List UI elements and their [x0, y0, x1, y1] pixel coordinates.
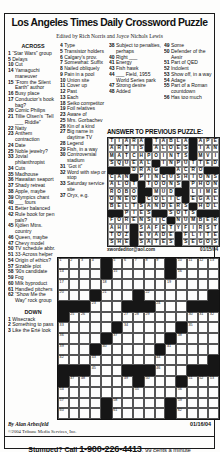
cell-number: 56: [178, 388, 182, 392]
stumped-label: Stumped? Call: [28, 446, 79, 452]
grid-cell[interactable]: 30: [187, 312, 198, 323]
cell-number: 13: [210, 259, 214, 263]
answer-letter-cell: I: [189, 174, 196, 181]
grid-cell[interactable]: [90, 398, 101, 409]
grid-cell[interactable]: [155, 398, 166, 409]
cell-number: 55: [135, 388, 139, 392]
grid-cell[interactable]: [122, 355, 133, 366]
grid-cell[interactable]: [198, 355, 209, 366]
grid-cell[interactable]: [165, 355, 176, 366]
grid-cell[interactable]: 21: [101, 290, 112, 301]
grid-cell[interactable]: [155, 408, 166, 419]
grid-cell[interactable]: 18: [101, 279, 112, 290]
grid-cell[interactable]: 15: [112, 269, 123, 280]
grid-cell[interactable]: 44: [155, 355, 166, 366]
grid-cell[interactable]: 27: [122, 312, 133, 323]
answer-letter-cell: A: [108, 224, 115, 231]
grid-cell[interactable]: [187, 408, 198, 419]
grid-cell[interactable]: [208, 269, 219, 280]
grid-cell[interactable]: 58: [112, 398, 123, 409]
grid-cell[interactable]: 46: [155, 365, 166, 376]
grid-cell[interactable]: [122, 279, 133, 290]
cell-number: 46: [156, 367, 160, 371]
grid-cell[interactable]: [144, 398, 155, 409]
answer-letter-cell: A: [108, 145, 115, 152]
answer-letter-cell: H: [197, 181, 204, 188]
answer-letter-cell: S: [182, 145, 189, 152]
grid-cell[interactable]: [79, 269, 90, 280]
answer-letter-cell: A: [152, 232, 159, 239]
grid-cell[interactable]: 40: [101, 344, 112, 355]
answer-black-square: [160, 210, 167, 217]
cell-number: 20: [60, 291, 64, 295]
grid-cell[interactable]: [165, 301, 176, 312]
grid-cell[interactable]: [133, 279, 144, 290]
grid-cell[interactable]: [155, 269, 166, 280]
answer-letter-cell: E: [212, 232, 219, 239]
grid-cell[interactable]: 11: [187, 258, 198, 269]
clue: 21 Tillie Olsen’s “Tell ___ Riddle”: [8, 114, 58, 126]
grid-cell[interactable]: [187, 269, 198, 280]
answer-letter-cell: C: [130, 152, 137, 159]
grid-cell[interactable]: 33: [58, 322, 69, 333]
grid-cell[interactable]: [69, 322, 80, 333]
grid-cell[interactable]: 31: [198, 312, 209, 323]
black-square: [176, 322, 187, 333]
grid-cell[interactable]: 51: [187, 376, 198, 387]
grid-cell[interactable]: [122, 387, 133, 398]
black-square: [58, 301, 69, 312]
answer-letter-cell: N: [212, 145, 219, 152]
grid-cell[interactable]: [122, 408, 133, 419]
answer-black-square: [189, 152, 196, 159]
grid-cell[interactable]: 10: [176, 258, 187, 269]
grid-cell[interactable]: [122, 344, 133, 355]
grid-cell[interactable]: [112, 279, 123, 290]
answer-letter-cell: D: [212, 160, 219, 167]
grid-cell[interactable]: [198, 398, 209, 409]
grid-cell[interactable]: [165, 387, 176, 398]
grid-cell[interactable]: [187, 279, 198, 290]
grid-cell[interactable]: [176, 312, 187, 323]
answer-letter-cell: S: [189, 210, 196, 217]
cell-number: 38: [178, 334, 182, 338]
cell-number: 26: [81, 313, 85, 317]
answer-letter-cell: S: [145, 210, 152, 217]
grid-cell[interactable]: [101, 322, 112, 333]
grid-cell[interactable]: [90, 279, 101, 290]
answer-letter-cell: C: [145, 196, 152, 203]
answer-black-square: [145, 188, 152, 195]
grid-cell[interactable]: 37: [112, 333, 123, 344]
grid-cell[interactable]: [165, 365, 176, 376]
grid-cell[interactable]: [208, 322, 219, 333]
grid-cell[interactable]: 2: [69, 258, 80, 269]
grid-cell[interactable]: 53: [208, 376, 219, 387]
grid-cell[interactable]: 38: [176, 333, 187, 344]
grid-cell[interactable]: [208, 408, 219, 419]
grid-cell[interactable]: [198, 344, 209, 355]
grid-cell[interactable]: 48: [79, 376, 90, 387]
grid-cell[interactable]: 3: [79, 258, 90, 269]
grid-cell[interactable]: [122, 398, 133, 409]
grid-cell[interactable]: [144, 322, 155, 333]
grid-cell[interactable]: [208, 344, 219, 355]
answer-letter-cell: N: [138, 217, 145, 224]
grid-cell[interactable]: [79, 387, 90, 398]
grid-cell[interactable]: [208, 387, 219, 398]
grid-cell[interactable]: [144, 387, 155, 398]
answer-black-square: [182, 196, 189, 203]
grid-cell[interactable]: [69, 279, 80, 290]
grid-cell[interactable]: [198, 387, 209, 398]
grid-cell[interactable]: [79, 279, 90, 290]
grid-cell[interactable]: [90, 408, 101, 419]
answer-letter-cell: S: [138, 224, 145, 231]
grid-cell[interactable]: [112, 376, 123, 387]
grid-cell[interactable]: [133, 398, 144, 409]
grid-cell[interactable]: [90, 312, 101, 323]
cell-number: 10: [178, 259, 182, 263]
grid-cell[interactable]: [155, 279, 166, 290]
answer-letter-cell: E: [138, 210, 145, 217]
grid-cell[interactable]: 35: [187, 322, 198, 333]
grid-cell[interactable]: [165, 376, 176, 387]
clue-column-1: ACROSS1 “Star Wars” group5 Delays10 Cut1…: [8, 43, 58, 418]
cell-number: 11: [188, 259, 192, 263]
grid-cell[interactable]: [79, 398, 90, 409]
answer-letter-cell: U: [182, 217, 189, 224]
grid-cell[interactable]: 41: [165, 344, 176, 355]
answer-letter-cell: T: [108, 138, 115, 145]
grid-cell[interactable]: 59: [176, 398, 187, 409]
grid-cell[interactable]: 55: [133, 387, 144, 398]
cell-number: 40: [103, 345, 107, 349]
grid-cell[interactable]: [155, 312, 166, 323]
grid-cell[interactable]: [79, 290, 90, 301]
cell-number: 33: [60, 324, 64, 328]
grid-cell[interactable]: [79, 408, 90, 419]
grid-cell[interactable]: [133, 269, 144, 280]
grid-cell[interactable]: [101, 301, 112, 312]
grid-cell[interactable]: [101, 312, 112, 323]
answer-letter-cell: C: [108, 174, 115, 181]
grid-cell[interactable]: [122, 290, 133, 301]
grid-cell[interactable]: [101, 365, 112, 376]
grid-cell[interactable]: [155, 322, 166, 333]
grid-cell[interactable]: 12: [198, 258, 209, 269]
grid-cell[interactable]: [69, 398, 80, 409]
answer-black-square: [175, 188, 182, 195]
grid-cell[interactable]: [133, 333, 144, 344]
grid-cell[interactable]: 14: [58, 269, 69, 280]
grid-cell[interactable]: [198, 322, 209, 333]
grid-cell[interactable]: [112, 301, 123, 312]
grid-cell[interactable]: [90, 333, 101, 344]
cell-number: 19: [167, 281, 171, 285]
grid-cell[interactable]: [198, 269, 209, 280]
grid-cell[interactable]: [176, 301, 187, 312]
grid-cell[interactable]: [176, 365, 187, 376]
answer-black-square: [160, 167, 167, 174]
answer-letter-cell: T: [145, 181, 152, 188]
grid-cell[interactable]: [112, 290, 123, 301]
grid-cell[interactable]: [187, 290, 198, 301]
answer-letter-cell: I: [145, 174, 152, 181]
answer-letter-cell: I: [189, 224, 196, 231]
grid-cell[interactable]: 42: [58, 355, 69, 366]
grid-cell[interactable]: 28: [133, 312, 144, 323]
cell-number: 31: [199, 313, 203, 317]
grid-cell[interactable]: 39: [58, 344, 69, 355]
grid-cell[interactable]: 17: [58, 279, 69, 290]
grid-cell[interactable]: [69, 355, 80, 366]
answer-letter-cell: O: [152, 181, 159, 188]
grid-cell[interactable]: 19: [165, 279, 176, 290]
grid-cell[interactable]: [187, 398, 198, 409]
answer-black-square: [138, 181, 145, 188]
answer-letter-cell: U: [160, 188, 167, 195]
answer-letter-cell: S: [175, 174, 182, 181]
grid-cell[interactable]: [90, 376, 101, 387]
grid-cell[interactable]: [144, 279, 155, 290]
answer-letter-cell: T: [197, 160, 204, 167]
grid-cell[interactable]: [112, 365, 123, 376]
answer-letter-cell: H: [182, 174, 189, 181]
answer-letter-cell: I: [167, 196, 174, 203]
grid-cell[interactable]: [198, 279, 209, 290]
clue: 14 Yamaguchi maneuver: [8, 68, 58, 80]
grid-cell[interactable]: [112, 355, 123, 366]
grid-cell[interactable]: [155, 376, 166, 387]
constructor-byline: By Alan Arbesfeld: [8, 421, 48, 427]
answer-letter-cell: L: [145, 160, 152, 167]
answer-letter-cell: H: [197, 203, 204, 210]
grid-cell[interactable]: 36: [58, 333, 69, 344]
answer-black-square: [189, 203, 196, 210]
grid-cell[interactable]: [79, 322, 90, 333]
grid-cell[interactable]: 45: [90, 365, 101, 376]
grid-cell[interactable]: [198, 333, 209, 344]
grid-cell[interactable]: 5: [112, 258, 123, 269]
grid-cell[interactable]: [122, 333, 133, 344]
answer-letter-cell: S: [145, 217, 152, 224]
grid-cell[interactable]: 47: [69, 376, 80, 387]
grid-cell[interactable]: [187, 387, 198, 398]
answer-letter-cell: S: [138, 239, 145, 246]
grid-cell[interactable]: 4: [90, 258, 101, 269]
cell-number: 48: [81, 377, 85, 381]
grid-cell[interactable]: [155, 387, 166, 398]
grid-cell[interactable]: [101, 387, 112, 398]
grid-cell[interactable]: [144, 269, 155, 280]
grid-cell[interactable]: 23: [90, 301, 101, 312]
grid-cell[interactable]: [176, 355, 187, 366]
grid-cell[interactable]: [69, 408, 80, 419]
grid-cell[interactable]: [79, 355, 90, 366]
grid-cell[interactable]: 61: [112, 408, 123, 419]
cell-number: 53: [210, 377, 214, 381]
grid-cell[interactable]: [90, 269, 101, 280]
grid-cell[interactable]: [176, 290, 187, 301]
grid-cell[interactable]: 62: [176, 408, 187, 419]
answer-letter-cell: I: [212, 152, 219, 159]
puzzle-date: 01/16/04: [190, 421, 211, 427]
copyright-notice: ©2004 Tribune Media Services, Inc.: [8, 429, 76, 434]
answer-letter-cell: L: [175, 138, 182, 145]
grid-cell[interactable]: [187, 355, 198, 366]
answer-letter-cell: F: [182, 224, 189, 231]
answer-black-square: [138, 188, 145, 195]
answer-black-square: [108, 167, 115, 174]
grid-cell[interactable]: [122, 269, 133, 280]
grid-cell[interactable]: [144, 355, 155, 366]
answer-letter-cell: N: [167, 152, 174, 159]
black-square: [176, 376, 187, 387]
grid-cell[interactable]: [208, 398, 219, 409]
black-square: [165, 258, 176, 269]
grid-cell[interactable]: [69, 269, 80, 280]
answer-letter-cell: F: [182, 232, 189, 239]
grid-cell[interactable]: [133, 355, 144, 366]
grid-cell[interactable]: [69, 387, 80, 398]
grid-cell[interactable]: 8: [144, 258, 155, 269]
answer-letter-cell: L: [160, 145, 167, 152]
grid-cell[interactable]: [165, 290, 176, 301]
grid-cell[interactable]: [155, 290, 166, 301]
cell-number: 9: [156, 259, 158, 263]
answer-letter-cell: O: [152, 196, 159, 203]
grid-cell[interactable]: [176, 279, 187, 290]
clue: 62 “Show Me the Way” rock group: [8, 292, 58, 304]
grid-cell[interactable]: 26: [79, 312, 90, 323]
grid-cell[interactable]: [69, 344, 80, 355]
answer-letter-cell: G: [197, 196, 204, 203]
grid-cell[interactable]: [101, 376, 112, 387]
black-square: [165, 398, 176, 409]
grid-cell[interactable]: [79, 333, 90, 344]
grid-cell[interactable]: 7: [133, 258, 144, 269]
grid-cell[interactable]: [112, 387, 123, 398]
answer-letter-cell: I: [197, 232, 204, 239]
cell-number: 61: [113, 409, 117, 413]
answer-letter-cell: S: [212, 239, 219, 246]
grid-cell[interactable]: [187, 344, 198, 355]
cell-number: 1: [60, 259, 62, 263]
previous-puzzle-date: 01/15/04: [200, 247, 218, 252]
answer-letter-cell: A: [197, 138, 204, 145]
grid-cell[interactable]: [165, 312, 176, 323]
answer-letter-cell: T: [152, 138, 159, 145]
grid-cell[interactable]: 49: [122, 376, 133, 387]
answer-letter-cell: O: [204, 239, 211, 246]
grid-cell[interactable]: 32: [208, 312, 219, 323]
grid-cell[interactable]: [144, 333, 155, 344]
grid-cell[interactable]: [90, 387, 101, 398]
grid-cell[interactable]: 6: [122, 258, 133, 269]
grid-cell[interactable]: [69, 333, 80, 344]
answer-letter-cell: E: [130, 217, 137, 224]
grid-cell[interactable]: 9: [155, 258, 166, 269]
black-square: [58, 312, 69, 323]
grid-cell[interactable]: [133, 344, 144, 355]
clue: 3 Like the Erté look: [8, 328, 58, 334]
answer-letter-cell: S: [138, 203, 145, 210]
grid-cell[interactable]: 16: [176, 269, 187, 280]
answer-letter-cell: O: [167, 145, 174, 152]
answer-letter-cell: B: [123, 188, 130, 195]
grid-cell[interactable]: [198, 408, 209, 419]
grid-cell[interactable]: 22: [144, 290, 155, 301]
grid-cell[interactable]: [133, 322, 144, 333]
answer-letter-cell: E: [160, 224, 167, 231]
answer-letter-cell: H: [115, 239, 122, 246]
answer-letter-cell: L: [160, 196, 167, 203]
grid-cell[interactable]: 29: [144, 312, 155, 323]
grid-cell[interactable]: [144, 408, 155, 419]
grid-cell[interactable]: [198, 290, 209, 301]
clue: 48 Added: [109, 89, 163, 95]
footer-divider: [5, 436, 214, 437]
grid-cell[interactable]: [176, 344, 187, 355]
black-square: [79, 301, 90, 312]
grid-cell[interactable]: 56: [176, 387, 187, 398]
answer-letter-cell: P: [145, 152, 152, 159]
grid-cell[interactable]: 54: [58, 387, 69, 398]
answer-letter-cell: M: [189, 217, 196, 224]
grid-cell[interactable]: [133, 408, 144, 419]
black-square: [69, 365, 80, 376]
grid-cell[interactable]: [69, 290, 80, 301]
grid-cell[interactable]: 60: [58, 408, 69, 419]
grid-cell[interactable]: [112, 312, 123, 323]
grid-cell[interactable]: 1: [58, 258, 69, 269]
answer-letter-cell: M: [204, 188, 211, 195]
black-square: [90, 290, 101, 301]
cell-number: 49: [124, 377, 128, 381]
answer-letter-cell: E: [204, 217, 211, 224]
answer-letter-cell: S: [138, 145, 145, 152]
grid-cell[interactable]: [155, 333, 166, 344]
grid-cell[interactable]: 25: [69, 312, 80, 323]
grid-cell[interactable]: [208, 279, 219, 290]
grid-cell[interactable]: 34: [122, 322, 133, 333]
clue: 37 Oryx, e.g.: [60, 193, 107, 199]
grid-cell[interactable]: 24: [155, 301, 166, 312]
grid-cell[interactable]: 13: [208, 258, 219, 269]
grid-cell[interactable]: [101, 355, 112, 366]
grid-cell[interactable]: [208, 333, 219, 344]
answer-letter-cell: I: [130, 210, 137, 217]
grid-cell[interactable]: [90, 322, 101, 333]
grid-cell[interactable]: [187, 333, 198, 344]
grid-cell[interactable]: 50: [144, 376, 155, 387]
grid-cell[interactable]: 43: [90, 355, 101, 366]
answer-letter-cell: O: [197, 174, 204, 181]
grid-cell[interactable]: [144, 344, 155, 355]
cell-number: 7: [135, 259, 137, 263]
grid-cell[interactable]: [79, 344, 90, 355]
grid-cell[interactable]: 52: [198, 376, 209, 387]
grid-cell[interactable]: 57: [58, 398, 69, 409]
answer-letter-cell: O: [160, 181, 167, 188]
answer-letter-cell: A: [108, 181, 115, 188]
cell-number: 50: [145, 377, 149, 381]
grid-cell[interactable]: [165, 322, 176, 333]
grid-cell[interactable]: 20: [58, 290, 69, 301]
answer-letter-cell: I: [123, 224, 130, 231]
grid-cell[interactable]: [112, 344, 123, 355]
